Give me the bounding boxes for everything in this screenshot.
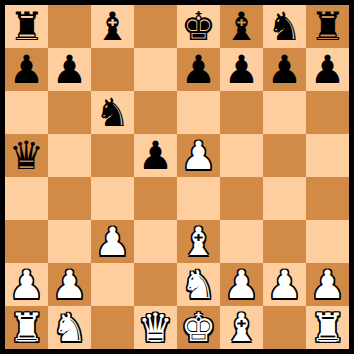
- black-pawn[interactable]: ♟: [181, 48, 216, 91]
- square-a4[interactable]: [5, 177, 48, 220]
- square-a1[interactable]: ♜: [5, 306, 48, 349]
- white-knight[interactable]: ♞: [52, 306, 87, 349]
- black-pawn[interactable]: ♟: [9, 48, 44, 91]
- square-a6[interactable]: [5, 91, 48, 134]
- square-g5[interactable]: [263, 134, 306, 177]
- square-b6[interactable]: [48, 91, 91, 134]
- square-f4[interactable]: [220, 177, 263, 220]
- square-d1[interactable]: ♛: [134, 306, 177, 349]
- square-h7[interactable]: ♟: [306, 48, 349, 91]
- square-h2[interactable]: ♟: [306, 263, 349, 306]
- square-d4[interactable]: [134, 177, 177, 220]
- square-b7[interactable]: ♟: [48, 48, 91, 91]
- white-rook[interactable]: ♜: [310, 306, 345, 349]
- square-c8[interactable]: ♝: [91, 5, 134, 48]
- black-knight[interactable]: ♞: [267, 5, 302, 48]
- square-g4[interactable]: [263, 177, 306, 220]
- black-pawn[interactable]: ♟: [267, 48, 302, 91]
- square-e5[interactable]: ♟: [177, 134, 220, 177]
- white-king[interactable]: ♚: [181, 306, 216, 349]
- square-e8[interactable]: ♚: [177, 5, 220, 48]
- square-b1[interactable]: ♞: [48, 306, 91, 349]
- black-queen[interactable]: ♛: [9, 134, 44, 177]
- black-pawn[interactable]: ♟: [224, 48, 259, 91]
- square-h1[interactable]: ♜: [306, 306, 349, 349]
- square-f3[interactable]: [220, 220, 263, 263]
- square-c6[interactable]: ♞: [91, 91, 134, 134]
- square-c1[interactable]: [91, 306, 134, 349]
- square-g1[interactable]: [263, 306, 306, 349]
- square-b5[interactable]: [48, 134, 91, 177]
- white-pawn[interactable]: ♟: [9, 263, 44, 306]
- white-pawn[interactable]: ♟: [310, 263, 345, 306]
- square-f6[interactable]: [220, 91, 263, 134]
- square-c3[interactable]: ♟: [91, 220, 134, 263]
- black-knight[interactable]: ♞: [95, 91, 130, 134]
- square-a3[interactable]: [5, 220, 48, 263]
- square-b8[interactable]: [48, 5, 91, 48]
- square-h6[interactable]: [306, 91, 349, 134]
- black-rook[interactable]: ♜: [9, 5, 44, 48]
- square-e1[interactable]: ♚: [177, 306, 220, 349]
- square-c4[interactable]: [91, 177, 134, 220]
- black-bishop[interactable]: ♝: [95, 5, 130, 48]
- white-pawn[interactable]: ♟: [224, 263, 259, 306]
- square-g8[interactable]: ♞: [263, 5, 306, 48]
- square-b2[interactable]: ♟: [48, 263, 91, 306]
- square-a5[interactable]: ♛: [5, 134, 48, 177]
- white-rook[interactable]: ♜: [9, 306, 44, 349]
- square-a8[interactable]: ♜: [5, 5, 48, 48]
- black-pawn[interactable]: ♟: [310, 48, 345, 91]
- white-pawn[interactable]: ♟: [267, 263, 302, 306]
- square-d2[interactable]: [134, 263, 177, 306]
- square-h8[interactable]: ♜: [306, 5, 349, 48]
- square-d5[interactable]: ♟: [134, 134, 177, 177]
- square-e3[interactable]: ♝: [177, 220, 220, 263]
- white-bishop[interactable]: ♝: [224, 306, 259, 349]
- square-f8[interactable]: ♝: [220, 5, 263, 48]
- square-d7[interactable]: [134, 48, 177, 91]
- square-g7[interactable]: ♟: [263, 48, 306, 91]
- square-e7[interactable]: ♟: [177, 48, 220, 91]
- square-a7[interactable]: ♟: [5, 48, 48, 91]
- square-d8[interactable]: [134, 5, 177, 48]
- square-h5[interactable]: [306, 134, 349, 177]
- black-pawn[interactable]: ♟: [138, 134, 173, 177]
- white-pawn[interactable]: ♟: [52, 263, 87, 306]
- square-a2[interactable]: ♟: [5, 263, 48, 306]
- white-bishop[interactable]: ♝: [181, 220, 216, 263]
- square-c5[interactable]: [91, 134, 134, 177]
- square-g3[interactable]: [263, 220, 306, 263]
- square-f2[interactable]: ♟: [220, 263, 263, 306]
- square-h4[interactable]: [306, 177, 349, 220]
- black-pawn[interactable]: ♟: [52, 48, 87, 91]
- square-e6[interactable]: [177, 91, 220, 134]
- white-pawn[interactable]: ♟: [181, 134, 216, 177]
- square-c7[interactable]: [91, 48, 134, 91]
- black-bishop[interactable]: ♝: [224, 5, 259, 48]
- square-d6[interactable]: [134, 91, 177, 134]
- square-e4[interactable]: [177, 177, 220, 220]
- chess-board-grid: ♜♝♚♝♞♜♟♟♟♟♟♟♞♛♟♟♟♝♟♟♞♟♟♟♜♞♛♚♝♜: [5, 5, 349, 349]
- white-pawn[interactable]: ♟: [95, 220, 130, 263]
- black-king[interactable]: ♚: [181, 5, 216, 48]
- square-d3[interactable]: [134, 220, 177, 263]
- white-knight[interactable]: ♞: [181, 263, 216, 306]
- black-rook[interactable]: ♜: [310, 5, 345, 48]
- square-f7[interactable]: ♟: [220, 48, 263, 91]
- white-queen[interactable]: ♛: [138, 306, 173, 349]
- square-b4[interactable]: [48, 177, 91, 220]
- square-c2[interactable]: [91, 263, 134, 306]
- square-b3[interactable]: [48, 220, 91, 263]
- chess-board: ♜♝♚♝♞♜♟♟♟♟♟♟♞♛♟♟♟♝♟♟♞♟♟♟♜♞♛♚♝♜: [0, 0, 354, 354]
- square-g6[interactable]: [263, 91, 306, 134]
- square-e2[interactable]: ♞: [177, 263, 220, 306]
- square-h3[interactable]: [306, 220, 349, 263]
- square-f1[interactable]: ♝: [220, 306, 263, 349]
- square-g2[interactable]: ♟: [263, 263, 306, 306]
- square-f5[interactable]: [220, 134, 263, 177]
